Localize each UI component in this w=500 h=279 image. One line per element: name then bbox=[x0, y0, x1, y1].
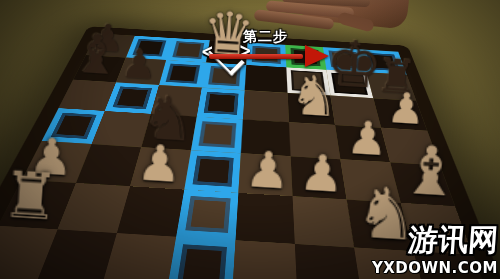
white-queen[interactable]: ♛ bbox=[200, 4, 256, 66]
square-f6[interactable]: ♞ bbox=[288, 93, 335, 125]
square-e4[interactable]: ♟ bbox=[238, 153, 292, 196]
white-knight[interactable]: ♞ bbox=[352, 177, 420, 251]
chess-tutorial-scene: ♟♛♝♟♚♜♞♟♞♟♟♟♟♟♝♜♞ < > 第二步 游讯网 YXDOWN.COM bbox=[0, 0, 500, 279]
square-d6[interactable] bbox=[197, 88, 245, 120]
square-e2[interactable] bbox=[232, 240, 298, 279]
square-d5[interactable] bbox=[191, 117, 243, 154]
white-rook[interactable]: ♜ bbox=[0, 162, 61, 230]
square-d4[interactable] bbox=[184, 150, 241, 193]
chess-board: ♟♛♝♟♚♜♞♟♞♟♟♟♟♟♝♜♞ bbox=[0, 26, 500, 279]
hand-finger bbox=[282, 0, 370, 7]
square-f4[interactable]: ♟ bbox=[291, 156, 347, 199]
hand-palm bbox=[294, 0, 409, 30]
square-d3[interactable] bbox=[176, 190, 238, 241]
white-pawn[interactable]: ♟ bbox=[243, 144, 291, 196]
square-a3[interactable]: ♜ bbox=[0, 180, 76, 230]
black-bishop[interactable]: ♝ bbox=[71, 26, 122, 82]
square-b7[interactable]: ♟ bbox=[116, 58, 166, 85]
square-g3[interactable]: ♞ bbox=[347, 200, 414, 252]
white-pawn[interactable]: ♟ bbox=[385, 86, 426, 131]
square-d7[interactable] bbox=[202, 62, 246, 90]
black-pawn[interactable]: ♟ bbox=[120, 43, 158, 85]
white-pawn[interactable]: ♟ bbox=[135, 137, 183, 189]
square-e3[interactable] bbox=[236, 193, 295, 244]
square-e7[interactable] bbox=[245, 65, 288, 93]
square-f2[interactable] bbox=[295, 244, 363, 279]
hand-finger bbox=[254, 9, 335, 30]
white-pawn[interactable]: ♟ bbox=[345, 114, 389, 162]
white-knight[interactable]: ♞ bbox=[287, 67, 339, 125]
hand-finger bbox=[266, 0, 355, 19]
square-h2[interactable] bbox=[413, 251, 494, 279]
square-c4[interactable]: ♟ bbox=[130, 147, 191, 190]
board-grid: ♟♛♝♟♚♜♞♟♞♟♟♟♟♟♝♜♞ bbox=[0, 26, 500, 279]
square-e6[interactable] bbox=[243, 90, 289, 122]
white-pawn[interactable]: ♟ bbox=[297, 147, 345, 199]
square-d2[interactable] bbox=[166, 237, 235, 279]
square-c3[interactable] bbox=[117, 186, 184, 236]
square-a7[interactable]: ♝ bbox=[73, 55, 126, 82]
square-d8[interactable]: ♛ bbox=[206, 40, 247, 65]
square-f3[interactable] bbox=[293, 196, 355, 247]
